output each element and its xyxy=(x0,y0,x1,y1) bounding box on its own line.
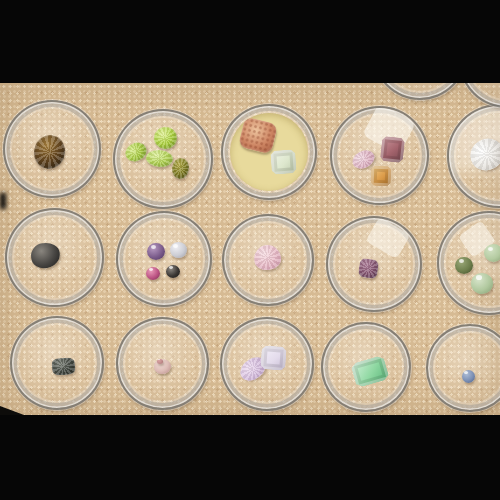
specimen-dish-r3c1 xyxy=(10,316,104,410)
specimen-dish-r2c3 xyxy=(222,214,314,306)
mint-green-emerald-cut-gem xyxy=(350,354,390,387)
olive-oval-gem xyxy=(170,156,190,179)
brown-oval-faceted-gem xyxy=(30,132,67,172)
white-cabochon xyxy=(170,242,187,258)
partial-dish-top-partial-1 xyxy=(373,83,467,100)
mauve-emerald-cut-gem xyxy=(379,135,404,162)
pale-green-cabochon-lower xyxy=(471,273,493,294)
specimen-dish-r1c3 xyxy=(221,104,317,200)
partial-dish-top-partial-2 xyxy=(459,83,500,108)
specimen-dish-r2c1 xyxy=(5,208,104,307)
blue-round-gem xyxy=(462,370,475,383)
dark-gray-rough-stone xyxy=(29,241,61,270)
peridot-round-gem xyxy=(154,127,177,149)
specimen-dish-r2c2 xyxy=(116,211,212,307)
letterbox-top xyxy=(0,0,500,83)
plum-cushion-gem xyxy=(357,257,378,278)
pink-spot xyxy=(157,359,163,364)
pink-cabochon xyxy=(146,267,160,280)
specimen-dish-r3c4 xyxy=(321,322,411,412)
specimen-dish-r3c5 xyxy=(426,324,500,412)
screenshot-canvas xyxy=(0,0,500,500)
dark-gray-rectangular-gem xyxy=(51,357,75,376)
letterbox-bottom xyxy=(0,415,500,500)
specimen-dish-r1c1 xyxy=(3,100,101,198)
photo-edge-shadow-1 xyxy=(0,401,24,415)
black-cabochon xyxy=(166,265,180,278)
specimen-dish-r3c2 xyxy=(116,317,209,410)
pale-lavender-emerald-cut-gem xyxy=(260,345,287,371)
peridot-oval-gem-center xyxy=(145,149,173,168)
pale-green-emerald-cut-gem xyxy=(270,149,297,175)
peridot-oval-gem-left xyxy=(122,139,150,165)
light-pink-trillion-gem xyxy=(252,243,281,271)
purple-cabochon xyxy=(147,243,165,260)
gem-collection-photo xyxy=(0,83,500,415)
glass-reflection xyxy=(365,217,410,259)
specimen-dish-r2c5 xyxy=(437,211,500,315)
olive-green-cabochon xyxy=(455,257,473,274)
orange-emerald-cut-gem xyxy=(371,166,392,187)
pale-green-cabochon-upper xyxy=(484,244,500,262)
specimen-dish-r1c4 xyxy=(330,106,429,205)
specimen-dish-r3c3 xyxy=(220,317,314,411)
specimen-dish-r1c5 xyxy=(447,104,500,208)
specimen-dish-r1c2 xyxy=(113,109,213,209)
photo-edge-shadow-2 xyxy=(0,193,6,209)
specimen-dish-r2c4 xyxy=(326,216,422,312)
